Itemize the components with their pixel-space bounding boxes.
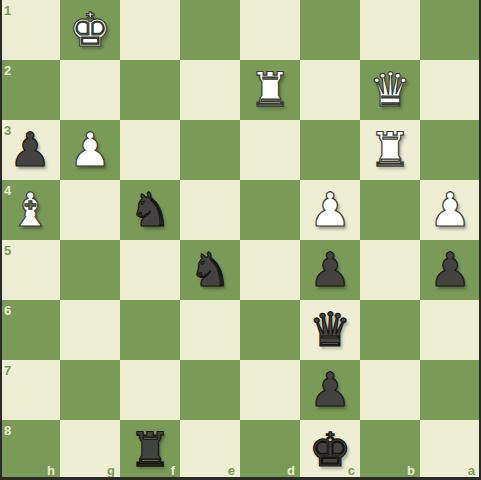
square-g5[interactable] [60,240,120,300]
square-a4[interactable]: ♟ [420,180,480,240]
file-label-h: h [47,464,55,477]
square-a6[interactable] [420,300,480,360]
square-c4[interactable]: ♟ [300,180,360,240]
square-g7[interactable] [60,360,120,420]
square-e7[interactable] [180,360,240,420]
square-b4[interactable] [360,180,420,240]
file-label-g: g [107,464,115,477]
rank-label-6: 6 [4,304,11,317]
square-h3[interactable]: 3♟ [0,120,60,180]
square-e5[interactable]: ♞ [180,240,240,300]
square-a7[interactable] [420,360,480,420]
square-h5[interactable]: 5 [0,240,60,300]
square-f6[interactable] [120,300,180,360]
white-king-icon[interactable]: ♚ [60,0,120,60]
square-b3[interactable]: ♜ [360,120,420,180]
square-c5[interactable]: ♟ [300,240,360,300]
square-a5[interactable]: ♟ [420,240,480,300]
square-g1[interactable]: ♚ [60,0,120,60]
black-queen-icon[interactable]: ♛ [300,300,360,360]
square-e3[interactable] [180,120,240,180]
square-c2[interactable] [300,60,360,120]
square-a3[interactable] [420,120,480,180]
square-a2[interactable] [420,60,480,120]
square-c3[interactable] [300,120,360,180]
square-c8[interactable]: c♚ [300,420,360,480]
square-f3[interactable] [120,120,180,180]
square-e2[interactable] [180,60,240,120]
black-rook-icon[interactable]: ♜ [120,420,180,480]
rank-label-2: 2 [4,64,11,77]
rank-label-5: 5 [4,244,11,257]
white-pawn-icon[interactable]: ♟ [420,180,480,240]
black-knight-icon[interactable]: ♞ [180,240,240,300]
black-pawn-icon[interactable]: ♟ [300,240,360,300]
square-g8[interactable]: g [60,420,120,480]
square-h2[interactable]: 2 [0,60,60,120]
square-b5[interactable] [360,240,420,300]
square-h8[interactable]: 8h [0,420,60,480]
white-queen-icon[interactable]: ♛ [360,60,420,120]
chess-board-window: 1♚2♜♛3♟♟♜4♝♞♟♟5♞♟♟6♛7♟8hgf♜edc♚ba [0,0,481,480]
square-d6[interactable] [240,300,300,360]
black-pawn-icon[interactable]: ♟ [0,120,60,180]
square-g6[interactable] [60,300,120,360]
square-f2[interactable] [120,60,180,120]
square-f1[interactable] [120,0,180,60]
square-c6[interactable]: ♛ [300,300,360,360]
square-d8[interactable]: d [240,420,300,480]
file-label-d: d [287,464,295,477]
square-e8[interactable]: e [180,420,240,480]
square-h4[interactable]: 4♝ [0,180,60,240]
white-pawn-icon[interactable]: ♟ [60,120,120,180]
square-h7[interactable]: 7 [0,360,60,420]
rank-label-1: 1 [4,4,11,17]
square-e6[interactable] [180,300,240,360]
square-b8[interactable]: b [360,420,420,480]
file-label-a: a [468,464,475,477]
square-b1[interactable] [360,0,420,60]
square-g2[interactable] [60,60,120,120]
square-c1[interactable] [300,0,360,60]
black-knight-icon[interactable]: ♞ [120,180,180,240]
square-g3[interactable]: ♟ [60,120,120,180]
square-d5[interactable] [240,240,300,300]
rank-label-7: 7 [4,364,11,377]
black-pawn-icon[interactable]: ♟ [300,360,360,420]
white-bishop-icon[interactable]: ♝ [0,180,60,240]
square-a8[interactable]: a [420,420,480,480]
chess-board: 1♚2♜♛3♟♟♜4♝♞♟♟5♞♟♟6♛7♟8hgf♜edc♚ba [0,0,480,480]
square-g4[interactable] [60,180,120,240]
square-e4[interactable] [180,180,240,240]
square-d4[interactable] [240,180,300,240]
white-rook-icon[interactable]: ♜ [240,60,300,120]
square-b7[interactable] [360,360,420,420]
square-h1[interactable]: 1 [0,0,60,60]
square-e1[interactable] [180,0,240,60]
square-h6[interactable]: 6 [0,300,60,360]
square-a1[interactable] [420,0,480,60]
black-king-icon[interactable]: ♚ [300,420,360,480]
white-rook-icon[interactable]: ♜ [360,120,420,180]
square-d7[interactable] [240,360,300,420]
square-d3[interactable] [240,120,300,180]
square-f5[interactable] [120,240,180,300]
file-label-e: e [228,464,235,477]
square-f4[interactable]: ♞ [120,180,180,240]
square-d2[interactable]: ♜ [240,60,300,120]
square-f7[interactable] [120,360,180,420]
file-label-b: b [407,464,415,477]
square-b6[interactable] [360,300,420,360]
white-pawn-icon[interactable]: ♟ [300,180,360,240]
square-d1[interactable] [240,0,300,60]
board-border-left [0,0,2,480]
square-b2[interactable]: ♛ [360,60,420,120]
black-pawn-icon[interactable]: ♟ [420,240,480,300]
square-c7[interactable]: ♟ [300,360,360,420]
rank-label-8: 8 [4,424,11,437]
square-f8[interactable]: f♜ [120,420,180,480]
